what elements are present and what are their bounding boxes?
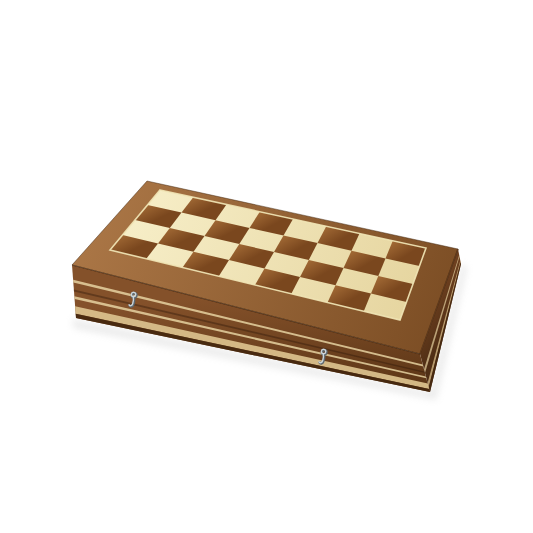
chess-box-scene [0,0,533,533]
product-photo [0,0,533,533]
